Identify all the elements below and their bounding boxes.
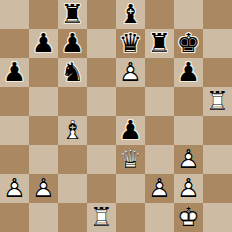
square-a4[interactable] xyxy=(0,116,29,145)
square-c5[interactable] xyxy=(58,87,87,116)
piece-white-pawn[interactable]: ♟♙ xyxy=(29,174,58,203)
piece-white-pawn[interactable]: ♟♙ xyxy=(174,174,203,203)
piece-white-pawn[interactable]: ♟♙ xyxy=(0,174,29,203)
square-b2[interactable]: ♟♙ xyxy=(29,174,58,203)
square-b8[interactable] xyxy=(29,0,58,29)
square-g6[interactable]: ♟ xyxy=(174,58,203,87)
piece-black-pawn[interactable]: ♟ xyxy=(0,58,29,87)
square-e4[interactable]: ♟ xyxy=(116,116,145,145)
piece-black-rook[interactable]: ♜ xyxy=(58,0,87,29)
square-e5[interactable] xyxy=(116,87,145,116)
piece-outline: ♙ xyxy=(29,174,58,203)
piece-white-bishop[interactable]: ♝♗ xyxy=(58,116,87,145)
square-a2[interactable]: ♟♙ xyxy=(0,174,29,203)
square-b1[interactable] xyxy=(29,203,58,232)
square-d2[interactable] xyxy=(87,174,116,203)
square-e1[interactable] xyxy=(116,203,145,232)
square-a3[interactable] xyxy=(0,145,29,174)
square-f7[interactable]: ♜ xyxy=(145,29,174,58)
piece-black-king[interactable]: ♚ xyxy=(174,29,203,58)
piece-white-rook[interactable]: ♜♖ xyxy=(87,203,116,232)
square-h5[interactable]: ♜♖ xyxy=(203,87,232,116)
square-f2[interactable]: ♟♙ xyxy=(145,174,174,203)
square-e2[interactable] xyxy=(116,174,145,203)
square-e6[interactable]: ♟♙ xyxy=(116,58,145,87)
piece-black-pawn[interactable]: ♟ xyxy=(58,29,87,58)
square-g8[interactable] xyxy=(174,0,203,29)
square-g1[interactable]: ♚♔ xyxy=(174,203,203,232)
square-e3[interactable]: ♛♕ xyxy=(116,145,145,174)
piece-fill: ♝ xyxy=(116,0,145,29)
square-h1[interactable] xyxy=(203,203,232,232)
square-b6[interactable] xyxy=(29,58,58,87)
square-g4[interactable] xyxy=(174,116,203,145)
piece-white-queen[interactable]: ♛♕ xyxy=(116,145,145,174)
piece-fill: ♜ xyxy=(145,29,174,58)
square-a5[interactable] xyxy=(0,87,29,116)
square-e8[interactable]: ♝ xyxy=(116,0,145,29)
square-b4[interactable] xyxy=(29,116,58,145)
piece-black-pawn[interactable]: ♟ xyxy=(116,116,145,145)
piece-black-rook[interactable]: ♜ xyxy=(145,29,174,58)
piece-fill: ♟ xyxy=(116,116,145,145)
piece-outline: ♙ xyxy=(174,174,203,203)
square-g5[interactable] xyxy=(174,87,203,116)
square-a1[interactable] xyxy=(0,203,29,232)
piece-fill: ♟ xyxy=(0,58,29,87)
square-a6[interactable]: ♟ xyxy=(0,58,29,87)
square-b3[interactable] xyxy=(29,145,58,174)
piece-white-pawn[interactable]: ♟♙ xyxy=(116,58,145,87)
square-c8[interactable]: ♜ xyxy=(58,0,87,29)
piece-outline: ♙ xyxy=(174,145,203,174)
piece-fill: ♟ xyxy=(29,29,58,58)
piece-fill: ♞ xyxy=(58,58,87,87)
square-d5[interactable] xyxy=(87,87,116,116)
piece-outline: ♕ xyxy=(116,145,145,174)
square-d6[interactable] xyxy=(87,58,116,87)
square-h2[interactable] xyxy=(203,174,232,203)
piece-fill: ♟ xyxy=(174,58,203,87)
square-h7[interactable] xyxy=(203,29,232,58)
square-g7[interactable]: ♚ xyxy=(174,29,203,58)
square-c3[interactable] xyxy=(58,145,87,174)
square-f3[interactable] xyxy=(145,145,174,174)
piece-fill: ♜ xyxy=(58,0,87,29)
piece-outline: ♙ xyxy=(116,58,145,87)
square-a8[interactable] xyxy=(0,0,29,29)
square-g3[interactable]: ♟♙ xyxy=(174,145,203,174)
piece-black-knight[interactable]: ♞ xyxy=(58,58,87,87)
chess-board: ♜♝♟♟♛♜♚♟♞♟♙♟♜♖♝♗♟♛♕♟♙♟♙♟♙♟♙♟♙♜♖♚♔ xyxy=(0,0,232,232)
square-h6[interactable] xyxy=(203,58,232,87)
square-c7[interactable]: ♟ xyxy=(58,29,87,58)
square-b7[interactable]: ♟ xyxy=(29,29,58,58)
square-a7[interactable] xyxy=(0,29,29,58)
piece-outline: ♗ xyxy=(58,116,87,145)
piece-outline: ♖ xyxy=(203,87,232,116)
square-f5[interactable] xyxy=(145,87,174,116)
square-d1[interactable]: ♜♖ xyxy=(87,203,116,232)
piece-black-pawn[interactable]: ♟ xyxy=(174,58,203,87)
piece-fill: ♟ xyxy=(58,29,87,58)
square-f6[interactable] xyxy=(145,58,174,87)
square-g2[interactable]: ♟♙ xyxy=(174,174,203,203)
square-f1[interactable] xyxy=(145,203,174,232)
square-f8[interactable] xyxy=(145,0,174,29)
square-d3[interactable] xyxy=(87,145,116,174)
square-e7[interactable]: ♛ xyxy=(116,29,145,58)
piece-outline: ♙ xyxy=(145,174,174,203)
piece-black-bishop[interactable]: ♝ xyxy=(116,0,145,29)
square-d8[interactable] xyxy=(87,0,116,29)
piece-white-king[interactable]: ♚♔ xyxy=(174,203,203,232)
piece-outline: ♖ xyxy=(87,203,116,232)
piece-outline: ♙ xyxy=(0,174,29,203)
square-d7[interactable] xyxy=(87,29,116,58)
piece-black-queen[interactable]: ♛ xyxy=(116,29,145,58)
square-h4[interactable] xyxy=(203,116,232,145)
piece-white-rook[interactable]: ♜♖ xyxy=(203,87,232,116)
square-b5[interactable] xyxy=(29,87,58,116)
piece-black-pawn[interactable]: ♟ xyxy=(29,29,58,58)
piece-fill: ♚ xyxy=(174,29,203,58)
piece-white-pawn[interactable]: ♟♙ xyxy=(174,145,203,174)
square-c4[interactable]: ♝♗ xyxy=(58,116,87,145)
piece-outline: ♔ xyxy=(174,203,203,232)
piece-white-pawn[interactable]: ♟♙ xyxy=(145,174,174,203)
square-d4[interactable] xyxy=(87,116,116,145)
square-h8[interactable] xyxy=(203,0,232,29)
piece-fill: ♛ xyxy=(116,29,145,58)
square-c1[interactable] xyxy=(58,203,87,232)
square-c2[interactable] xyxy=(58,174,87,203)
square-c6[interactable]: ♞ xyxy=(58,58,87,87)
square-f4[interactable] xyxy=(145,116,174,145)
square-h3[interactable] xyxy=(203,145,232,174)
